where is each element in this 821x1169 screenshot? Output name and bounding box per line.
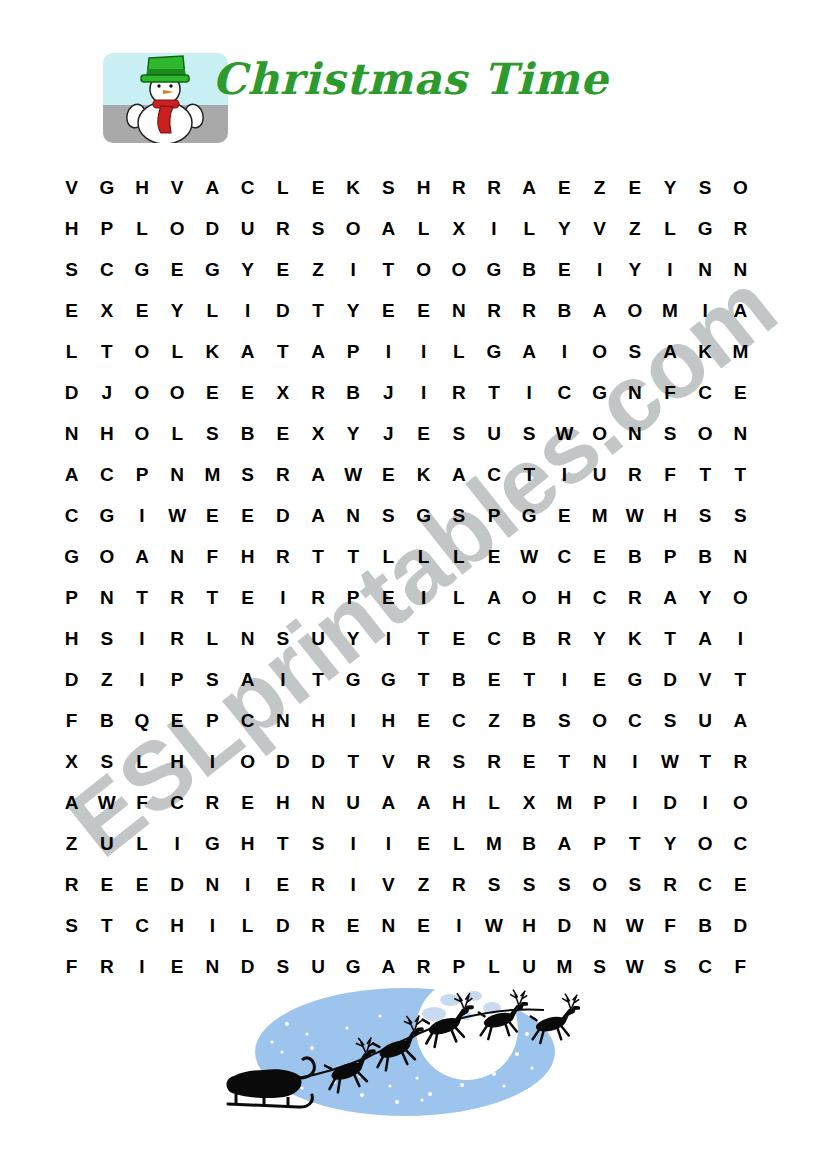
grid-cell: T bbox=[406, 659, 441, 700]
grid-cell: G bbox=[89, 495, 124, 536]
grid-cell: A bbox=[300, 454, 335, 495]
grid-cell: V bbox=[371, 864, 406, 905]
grid-cell: S bbox=[54, 905, 89, 946]
grid-cell: F bbox=[723, 946, 758, 987]
grid-cell: N bbox=[582, 905, 617, 946]
grid-cell: U bbox=[476, 413, 511, 454]
grid-cell: H bbox=[89, 413, 124, 454]
grid-cell: C bbox=[617, 700, 652, 741]
grid-cell: B bbox=[512, 249, 547, 290]
grid-cell: W bbox=[547, 413, 582, 454]
grid-cell: G bbox=[336, 659, 371, 700]
grid-cell: R bbox=[652, 864, 687, 905]
grid-cell: B bbox=[89, 700, 124, 741]
grid-cell: I bbox=[160, 823, 195, 864]
grid-cell: N bbox=[54, 413, 89, 454]
grid-cell: S bbox=[441, 413, 476, 454]
grid-cell: I bbox=[124, 659, 159, 700]
grid-cell: C bbox=[441, 700, 476, 741]
grid-cell: N bbox=[336, 495, 371, 536]
grid-cell: I bbox=[195, 905, 230, 946]
grid-cell: R bbox=[441, 372, 476, 413]
grid-cell: N bbox=[195, 946, 230, 987]
grid-cell: T bbox=[89, 905, 124, 946]
grid-cell: A bbox=[230, 659, 265, 700]
worksheet-page: Christmas Time ESLprintables.com VGHVACL… bbox=[0, 0, 821, 1169]
grid-cell: E bbox=[441, 618, 476, 659]
grid-cell: Y bbox=[160, 290, 195, 331]
grid-cell: G bbox=[582, 372, 617, 413]
grid-cell: T bbox=[336, 536, 371, 577]
grid-cell: L bbox=[265, 167, 300, 208]
grid-cell: W bbox=[617, 905, 652, 946]
grid-cell: G bbox=[406, 495, 441, 536]
grid-cell: E bbox=[336, 905, 371, 946]
grid-cell: R bbox=[265, 208, 300, 249]
grid-cell: E bbox=[230, 372, 265, 413]
grid-cell: G bbox=[476, 249, 511, 290]
grid-cell: H bbox=[230, 823, 265, 864]
word-search-grid: VGHVACLEKSHRRAEZEYSOHPLODURSOALXILYVZLGR… bbox=[54, 167, 758, 987]
grid-cell: D bbox=[723, 905, 758, 946]
grid-cell: R bbox=[476, 167, 511, 208]
grid-cell: D bbox=[54, 659, 89, 700]
grid-cell: S bbox=[723, 495, 758, 536]
grid-cell: I bbox=[441, 905, 476, 946]
grid-cell: D bbox=[54, 372, 89, 413]
grid-cell: Y bbox=[336, 413, 371, 454]
grid-cell: C bbox=[124, 905, 159, 946]
grid-cell: A bbox=[195, 167, 230, 208]
grid-cell: C bbox=[476, 454, 511, 495]
grid-cell: O bbox=[617, 290, 652, 331]
grid-cell: O bbox=[230, 741, 265, 782]
grid-cell: A bbox=[371, 208, 406, 249]
grid-cell: G bbox=[688, 208, 723, 249]
grid-cell: K bbox=[336, 167, 371, 208]
grid-cell: A bbox=[652, 577, 687, 618]
grid-cell: C bbox=[547, 536, 582, 577]
page-title: Christmas Time bbox=[0, 54, 821, 104]
grid-cell: O bbox=[723, 577, 758, 618]
grid-cell: P bbox=[582, 782, 617, 823]
grid-cell: L bbox=[652, 208, 687, 249]
grid-cell: H bbox=[547, 577, 582, 618]
grid-cell: R bbox=[195, 782, 230, 823]
grid-cell: A bbox=[512, 167, 547, 208]
grid-cell: V bbox=[371, 741, 406, 782]
grid-cell: B bbox=[688, 905, 723, 946]
grid-cell: I bbox=[124, 946, 159, 987]
grid-cell: A bbox=[688, 618, 723, 659]
grid-cell: L bbox=[124, 208, 159, 249]
grid-cell: O bbox=[124, 331, 159, 372]
grid-cell: R bbox=[300, 372, 335, 413]
grid-cell: E bbox=[265, 249, 300, 290]
sleigh-scene-icon bbox=[212, 982, 584, 1132]
grid-cell: I bbox=[195, 741, 230, 782]
grid-cell: E bbox=[406, 413, 441, 454]
grid-cell: G bbox=[512, 495, 547, 536]
grid-cell: C bbox=[54, 495, 89, 536]
grid-cell: L bbox=[230, 905, 265, 946]
grid-cell: T bbox=[723, 659, 758, 700]
grid-cell: T bbox=[512, 659, 547, 700]
grid-cell: Z bbox=[54, 823, 89, 864]
grid-cell: T bbox=[723, 454, 758, 495]
grid-cell: R bbox=[54, 864, 89, 905]
grid-cell: L bbox=[441, 331, 476, 372]
grid-cell: G bbox=[617, 659, 652, 700]
grid-cell: S bbox=[617, 331, 652, 372]
grid-cell: H bbox=[300, 700, 335, 741]
grid-cell: E bbox=[723, 372, 758, 413]
grid-cell: I bbox=[371, 823, 406, 864]
grid-cell: Y bbox=[688, 577, 723, 618]
grid-cell: R bbox=[300, 577, 335, 618]
grid-cell: L bbox=[441, 577, 476, 618]
grid-cell: E bbox=[230, 782, 265, 823]
grid-cell: W bbox=[512, 536, 547, 577]
grid-cell: I bbox=[476, 208, 511, 249]
grid-cell: E bbox=[406, 700, 441, 741]
grid-cell: Y bbox=[617, 249, 652, 290]
grid-cell: C bbox=[160, 782, 195, 823]
grid-cell: B bbox=[547, 290, 582, 331]
grid-cell: I bbox=[406, 331, 441, 372]
grid-cell: D bbox=[547, 905, 582, 946]
grid-cell: H bbox=[652, 495, 687, 536]
grid-cell: S bbox=[547, 864, 582, 905]
grid-cell: S bbox=[652, 413, 687, 454]
grid-cell: S bbox=[512, 413, 547, 454]
grid-cell: S bbox=[441, 495, 476, 536]
grid-cell: D bbox=[265, 905, 300, 946]
grid-cell: D bbox=[265, 741, 300, 782]
grid-cell: O bbox=[89, 536, 124, 577]
grid-cell: E bbox=[371, 290, 406, 331]
grid-cell: K bbox=[617, 618, 652, 659]
grid-cell: Y bbox=[652, 823, 687, 864]
grid-cell: V bbox=[54, 167, 89, 208]
grid-cell: E bbox=[547, 495, 582, 536]
grid-cell: N bbox=[230, 618, 265, 659]
grid-cell: U bbox=[336, 782, 371, 823]
grid-cell: R bbox=[406, 946, 441, 987]
grid-cell: I bbox=[652, 249, 687, 290]
grid-cell: S bbox=[512, 864, 547, 905]
grid-cell: I bbox=[512, 372, 547, 413]
grid-cell: Z bbox=[406, 864, 441, 905]
grid-cell: T bbox=[476, 372, 511, 413]
grid-cell: E bbox=[265, 864, 300, 905]
grid-cell: N bbox=[617, 413, 652, 454]
grid-cell: O bbox=[406, 249, 441, 290]
grid-cell: I bbox=[336, 249, 371, 290]
grid-cell: R bbox=[160, 618, 195, 659]
grid-cell: H bbox=[160, 741, 195, 782]
grid-cell: R bbox=[441, 167, 476, 208]
grid-cell: S bbox=[617, 864, 652, 905]
grid-cell: R bbox=[617, 454, 652, 495]
grid-cell: C bbox=[476, 618, 511, 659]
grid-cell: Z bbox=[476, 700, 511, 741]
grid-cell: P bbox=[652, 536, 687, 577]
grid-cell: S bbox=[476, 864, 511, 905]
grid-cell: P bbox=[441, 946, 476, 987]
grid-cell: C bbox=[230, 167, 265, 208]
grid-cell: T bbox=[300, 536, 335, 577]
grid-cell: O bbox=[582, 331, 617, 372]
grid-cell: B bbox=[688, 536, 723, 577]
grid-cell: D bbox=[300, 741, 335, 782]
grid-cell: E bbox=[160, 249, 195, 290]
grid-cell: R bbox=[300, 905, 335, 946]
grid-cell: A bbox=[406, 782, 441, 823]
grid-cell: C bbox=[89, 249, 124, 290]
grid-cell: T bbox=[265, 823, 300, 864]
grid-cell: O bbox=[512, 577, 547, 618]
grid-cell: A bbox=[371, 946, 406, 987]
grid-cell: M bbox=[547, 782, 582, 823]
grid-cell: C bbox=[230, 700, 265, 741]
grid-cell: N bbox=[300, 782, 335, 823]
grid-cell: E bbox=[723, 864, 758, 905]
grid-cell: U bbox=[300, 618, 335, 659]
grid-cell: A bbox=[300, 331, 335, 372]
grid-cell: E bbox=[406, 823, 441, 864]
grid-cell: Y bbox=[547, 208, 582, 249]
grid-cell: G bbox=[476, 331, 511, 372]
grid-cell: A bbox=[54, 782, 89, 823]
grid-cell: Y bbox=[652, 167, 687, 208]
grid-cell: C bbox=[582, 577, 617, 618]
grid-cell: P bbox=[89, 208, 124, 249]
grid-cell: Y bbox=[336, 618, 371, 659]
grid-cell: D bbox=[265, 495, 300, 536]
grid-cell: O bbox=[160, 372, 195, 413]
grid-cell: K bbox=[688, 331, 723, 372]
grid-cell: O bbox=[336, 208, 371, 249]
grid-cell: F bbox=[652, 454, 687, 495]
grid-cell: O bbox=[582, 700, 617, 741]
grid-cell: E bbox=[300, 167, 335, 208]
grid-cell: S bbox=[652, 946, 687, 987]
grid-cell: S bbox=[300, 208, 335, 249]
grid-cell: N bbox=[617, 372, 652, 413]
grid-cell: P bbox=[54, 577, 89, 618]
grid-cell: D bbox=[195, 208, 230, 249]
grid-cell: Z bbox=[300, 249, 335, 290]
grid-cell: T bbox=[89, 331, 124, 372]
grid-cell: R bbox=[723, 741, 758, 782]
grid-cell: R bbox=[476, 741, 511, 782]
grid-cell: N bbox=[723, 536, 758, 577]
grid-cell: R bbox=[441, 864, 476, 905]
grid-cell: A bbox=[54, 454, 89, 495]
grid-cell: T bbox=[300, 659, 335, 700]
grid-cell: D bbox=[230, 946, 265, 987]
grid-cell: E bbox=[476, 536, 511, 577]
grid-cell: G bbox=[89, 167, 124, 208]
grid-cell: E bbox=[195, 372, 230, 413]
grid-cell: I bbox=[265, 577, 300, 618]
grid-cell: Q bbox=[124, 700, 159, 741]
grid-cell: L bbox=[441, 536, 476, 577]
grid-cell: T bbox=[688, 741, 723, 782]
grid-cell: L bbox=[441, 823, 476, 864]
grid-cell: G bbox=[124, 249, 159, 290]
grid-cell: S bbox=[547, 700, 582, 741]
grid-cell: N bbox=[723, 413, 758, 454]
grid-cell: L bbox=[160, 413, 195, 454]
grid-cell: G bbox=[54, 536, 89, 577]
grid-cell: Z bbox=[582, 167, 617, 208]
grid-cell: F bbox=[652, 372, 687, 413]
grid-cell: O bbox=[723, 782, 758, 823]
grid-cell: E bbox=[617, 167, 652, 208]
grid-cell: L bbox=[406, 536, 441, 577]
grid-cell: P bbox=[124, 454, 159, 495]
grid-cell: E bbox=[406, 905, 441, 946]
grid-cell: S bbox=[89, 741, 124, 782]
grid-cell: E bbox=[406, 290, 441, 331]
grid-cell: R bbox=[89, 946, 124, 987]
grid-cell: I bbox=[124, 618, 159, 659]
grid-cell: E bbox=[195, 495, 230, 536]
grid-cell: M bbox=[547, 946, 582, 987]
grid-cell: I bbox=[547, 331, 582, 372]
grid-cell: R bbox=[476, 290, 511, 331]
grid-cell: S bbox=[195, 659, 230, 700]
grid-cell: G bbox=[195, 249, 230, 290]
grid-cell: H bbox=[265, 782, 300, 823]
grid-cell: I bbox=[124, 495, 159, 536]
grid-cell: H bbox=[124, 167, 159, 208]
grid-cell: B bbox=[512, 823, 547, 864]
grid-cell: I bbox=[582, 249, 617, 290]
grid-cell: M bbox=[652, 290, 687, 331]
grid-cell: N bbox=[441, 290, 476, 331]
grid-cell: W bbox=[617, 946, 652, 987]
grid-cell: R bbox=[300, 864, 335, 905]
grid-cell: T bbox=[652, 618, 687, 659]
grid-cell: T bbox=[547, 741, 582, 782]
grid-cell: M bbox=[476, 823, 511, 864]
grid-cell: A bbox=[476, 577, 511, 618]
grid-cell: T bbox=[371, 249, 406, 290]
grid-cell: Z bbox=[617, 208, 652, 249]
grid-cell: R bbox=[617, 577, 652, 618]
grid-cell: I bbox=[371, 331, 406, 372]
grid-cell: I bbox=[688, 290, 723, 331]
grid-cell: A bbox=[652, 331, 687, 372]
grid-cell: P bbox=[336, 577, 371, 618]
grid-cell: X bbox=[512, 782, 547, 823]
grid-cell: U bbox=[89, 823, 124, 864]
grid-cell: B bbox=[336, 372, 371, 413]
grid-cell: T bbox=[617, 823, 652, 864]
grid-cell: C bbox=[547, 372, 582, 413]
grid-cell: O bbox=[688, 413, 723, 454]
grid-cell: S bbox=[441, 741, 476, 782]
grid-cell: A bbox=[300, 495, 335, 536]
grid-cell: R bbox=[265, 454, 300, 495]
grid-cell: O bbox=[582, 413, 617, 454]
grid-cell: E bbox=[89, 864, 124, 905]
grid-cell: T bbox=[124, 577, 159, 618]
grid-cell: T bbox=[300, 290, 335, 331]
grid-cell: H bbox=[406, 167, 441, 208]
grid-cell: A bbox=[547, 823, 582, 864]
grid-cell: E bbox=[547, 167, 582, 208]
grid-cell: U bbox=[300, 946, 335, 987]
grid-cell: P bbox=[336, 331, 371, 372]
grid-cell: A bbox=[582, 290, 617, 331]
grid-cell: O bbox=[124, 413, 159, 454]
grid-cell: X bbox=[300, 413, 335, 454]
grid-cell: E bbox=[371, 454, 406, 495]
grid-cell: O bbox=[124, 372, 159, 413]
grid-cell: U bbox=[512, 946, 547, 987]
grid-cell: T bbox=[265, 331, 300, 372]
grid-cell: O bbox=[688, 823, 723, 864]
grid-cell: T bbox=[688, 454, 723, 495]
grid-cell: T bbox=[512, 454, 547, 495]
grid-cell: W bbox=[652, 741, 687, 782]
grid-cell: L bbox=[54, 331, 89, 372]
grid-cell: A bbox=[723, 700, 758, 741]
grid-cell: I bbox=[336, 823, 371, 864]
grid-cell: F bbox=[54, 946, 89, 987]
grid-cell: J bbox=[371, 413, 406, 454]
grid-cell: Z bbox=[89, 659, 124, 700]
grid-cell: T bbox=[195, 577, 230, 618]
grid-cell: T bbox=[336, 741, 371, 782]
grid-cell: F bbox=[195, 536, 230, 577]
grid-cell: R bbox=[512, 290, 547, 331]
grid-cell: D bbox=[160, 864, 195, 905]
grid-cell: E bbox=[582, 536, 617, 577]
grid-cell: I bbox=[617, 782, 652, 823]
grid-cell: I bbox=[406, 577, 441, 618]
grid-cell: P bbox=[195, 700, 230, 741]
grid-cell: W bbox=[617, 495, 652, 536]
grid-cell: Y bbox=[230, 249, 265, 290]
grid-cell: D bbox=[652, 659, 687, 700]
grid-cell: D bbox=[652, 782, 687, 823]
grid-cell: I bbox=[723, 618, 758, 659]
grid-cell: S bbox=[195, 413, 230, 454]
grid-cell: I bbox=[406, 372, 441, 413]
grid-cell: F bbox=[124, 782, 159, 823]
grid-cell: K bbox=[195, 331, 230, 372]
grid-cell: L bbox=[371, 536, 406, 577]
grid-cell: L bbox=[124, 823, 159, 864]
grid-cell: G bbox=[195, 823, 230, 864]
grid-cell: E bbox=[160, 946, 195, 987]
grid-cell: E bbox=[230, 495, 265, 536]
grid-cell: U bbox=[688, 700, 723, 741]
grid-cell: O bbox=[441, 249, 476, 290]
grid-cell: V bbox=[582, 208, 617, 249]
grid-cell: W bbox=[160, 495, 195, 536]
grid-cell: I bbox=[230, 864, 265, 905]
grid-cell: S bbox=[652, 700, 687, 741]
grid-cell: N bbox=[688, 249, 723, 290]
grid-cell: M bbox=[582, 495, 617, 536]
grid-cell: A bbox=[441, 454, 476, 495]
